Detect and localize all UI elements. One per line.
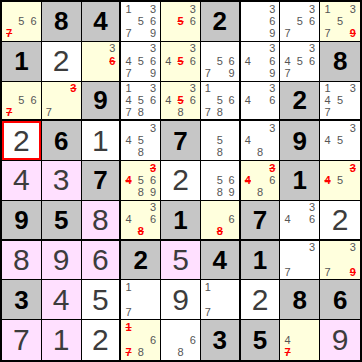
cell-r6c1[interactable]: 9 [2,201,42,241]
eliminated-candidate-5: 5 [174,15,186,27]
cell-r6c6[interactable]: 68 [201,201,241,241]
empty-candidate-slot [202,226,214,238]
cell-r8c4[interactable]: 17 [121,280,161,320]
cell-r8c9[interactable]: 6 [320,280,360,320]
empty-candidate-slot [147,135,159,147]
empty-candidate-slot [3,15,15,27]
empty-candidate-slot [226,226,238,238]
empty-candidate-slot [187,321,199,334]
empty-candidate-slot [346,15,359,27]
cell-r3c8[interactable]: 2 [280,82,320,122]
cell-r2c5[interactable]: 3456 [161,42,201,82]
cell-r7c8[interactable]: 37 [280,241,320,281]
candidate-7: 7 [43,106,55,118]
candidate-grid: 17 [202,281,238,318]
cell-r1c7[interactable]: 369 [241,2,281,42]
cell-r4c4[interactable]: 3458 [121,121,161,161]
cell-r9c9[interactable]: 9 [320,320,360,360]
eliminated-candidate-3: 3 [346,162,359,174]
solved-digit: 8 [13,245,30,275]
eliminated-candidate-3: 3 [67,83,79,95]
solved-digit: 2 [53,46,70,76]
empty-candidate-slot [174,67,186,79]
empty-candidate-slot [346,254,359,266]
empty-candidate-slot [242,187,254,199]
empty-candidate-slot [122,334,134,347]
candidate-3: 3 [266,122,278,134]
candidate-5: 5 [135,135,147,147]
empty-candidate-slot [83,55,95,67]
cell-r1c3[interactable]: 4 [82,2,122,42]
empty-candidate-slot [254,3,266,15]
eliminated-candidate-1: 1 [122,321,134,334]
cell-r1c4[interactable]: 135679 [121,2,161,42]
cell-r6c5[interactable]: 1 [161,201,201,241]
cell-r5c6[interactable]: 5689 [201,161,241,201]
empty-candidate-slot [266,135,278,147]
cell-r4c6[interactable]: 58 [201,121,241,161]
empty-candidate-slot [346,94,359,106]
cell-r2c1[interactable]: 1 [2,42,42,82]
cell-r2c8[interactable]: 34567 [280,42,320,82]
cell-r4c8[interactable]: 9 [280,121,320,161]
cell-r7c2[interactable]: 9 [42,241,82,281]
given-digit: 8 [293,287,307,313]
empty-candidate-slot [106,67,118,79]
eliminated-candidate-5: 5 [174,94,186,106]
cell-r9c3[interactable]: 2 [82,320,122,360]
cell-r3c3[interactable]: 9 [82,82,122,122]
empty-candidate-slot [334,122,347,134]
candidate-1: 1 [202,83,214,95]
candidate-8: 8 [135,147,147,159]
cell-r4c7[interactable]: 348 [241,121,281,161]
cell-r5c1[interactable]: 4 [2,161,42,201]
empty-candidate-slot [242,162,254,174]
candidate-1: 1 [122,3,134,15]
candidate-6: 6 [187,15,199,27]
empty-candidate-slot [226,135,238,147]
candidate-9: 9 [226,67,238,79]
cell-r6c8[interactable]: 346 [280,201,320,241]
candidate-6: 6 [226,55,238,67]
empty-candidate-slot [147,346,159,359]
empty-candidate-slot [15,28,27,40]
cell-r9c5[interactable]: 68 [161,320,201,360]
empty-candidate-slot [135,28,147,40]
candidate-7: 7 [321,28,334,40]
candidate-6: 6 [306,214,318,226]
cell-r9c6[interactable]: 3 [201,320,241,360]
empty-candidate-slot [254,106,266,118]
candidate-6: 6 [147,94,159,106]
empty-candidate-slot [162,321,174,334]
cell-r7c4[interactable]: 2 [121,241,161,281]
candidate-1: 1 [122,83,134,95]
cell-r9c4[interactable]: 1678 [121,320,161,360]
cell-r2c2[interactable]: 2 [42,42,82,82]
candidate-4: 4 [162,94,174,106]
empty-candidate-slot [266,187,278,199]
empty-candidate-slot [28,28,40,40]
given-digit: 4 [93,8,107,34]
empty-candidate-slot [334,83,347,95]
cell-r6c9[interactable]: 2 [320,201,360,241]
candidate-6: 6 [266,55,278,67]
candidate-3: 3 [346,242,359,254]
empty-candidate-slot [162,334,174,347]
empty-candidate-slot [83,43,95,55]
empty-candidate-slot [254,135,266,147]
candidate-grid: 379 [321,242,359,279]
cell-r7c3[interactable]: 6 [82,241,122,281]
candidate-grid: 68 [202,202,238,238]
candidate-1: 1 [202,281,214,293]
empty-candidate-slot [334,242,347,254]
empty-candidate-slot [94,55,106,67]
candidate-7: 7 [122,106,134,118]
cell-r3c5[interactable]: 34568 [161,82,201,122]
candidate-8: 8 [214,106,226,118]
empty-candidate-slot [334,147,347,159]
empty-candidate-slot [162,67,174,79]
candidate-7: 7 [122,28,134,40]
solved-digit: 2 [92,325,109,355]
empty-candidate-slot [122,122,134,134]
candidate-grid: 5679 [202,43,238,80]
solved-digit: 8 [92,205,109,235]
empty-candidate-slot [306,266,318,278]
empty-candidate-slot [281,202,293,214]
eliminated-candidate-7: 7 [3,106,15,118]
eliminated-candidate-4: 4 [122,174,134,186]
cell-r2c7[interactable]: 3469 [241,42,281,82]
empty-candidate-slot [321,15,334,27]
cell-r4c1[interactable]: 2 [2,121,42,161]
empty-candidate-slot [122,187,134,199]
empty-candidate-slot [55,94,67,106]
given-digit: 2 [133,247,147,273]
cell-r7c9[interactable]: 379 [320,241,360,281]
empty-candidate-slot [226,281,238,293]
solved-digit: 4 [13,165,30,195]
candidate-grid: 369 [242,3,279,40]
cell-r4c5[interactable]: 7 [161,121,201,161]
candidate-3: 3 [147,202,159,214]
cell-r7c5[interactable]: 5 [161,241,201,281]
cell-r3c6[interactable]: 15678 [201,82,241,122]
empty-candidate-slot [28,106,40,118]
cell-r8c7[interactable]: 2 [241,280,281,320]
candidate-8: 8 [214,187,226,199]
empty-candidate-slot [346,106,359,118]
candidate-3: 3 [106,43,118,55]
empty-candidate-slot [55,106,67,118]
candidate-4: 4 [162,55,174,67]
candidate-3: 3 [346,122,359,134]
candidate-1: 1 [321,3,334,15]
candidate-6: 6 [226,94,238,106]
empty-candidate-slot [55,83,67,95]
cell-r3c4[interactable]: 1345678 [121,82,161,122]
cell-r8c5[interactable]: 9 [161,280,201,320]
candidate-3: 3 [147,43,159,55]
cell-r2c9[interactable]: 8 [320,42,360,82]
eliminated-candidate-4: 4 [242,174,254,186]
candidate-grid: 345679 [122,43,159,80]
empty-candidate-slot [281,254,293,266]
solved-digit: 2 [13,126,30,156]
cell-r9c1[interactable]: 7 [2,320,42,360]
candidate-grid: 47 [281,321,318,359]
cell-r5c4[interactable]: 345689 [121,161,161,201]
candidate-6: 6 [28,94,40,106]
candidate-9: 9 [266,28,278,40]
empty-candidate-slot [242,15,254,27]
solved-digit: 7 [13,325,30,355]
candidate-6: 6 [306,55,318,67]
empty-candidate-slot [162,346,174,359]
cell-r5c7[interactable]: 3468 [241,161,281,201]
empty-candidate-slot [135,67,147,79]
cell-r1c5[interactable]: 356 [161,2,201,42]
eliminated-candidate-9: 9 [346,28,359,40]
candidate-3: 3 [346,3,359,15]
solved-digit: 2 [332,205,349,235]
empty-candidate-slot [147,306,159,318]
empty-candidate-slot [202,43,214,55]
empty-candidate-slot [174,83,186,95]
empty-candidate-slot [43,94,55,106]
eliminated-candidate-3: 3 [266,162,278,174]
candidate-grid: 34567 [281,43,318,80]
empty-candidate-slot [122,15,134,27]
candidate-6: 6 [147,15,159,27]
candidate-9: 9 [147,67,159,79]
cell-r4c3[interactable]: 1 [82,121,122,161]
cell-r1c6[interactable]: 2 [201,2,241,42]
empty-candidate-slot [254,43,266,55]
given-digit: 3 [14,287,28,313]
empty-candidate-slot [135,122,147,134]
empty-candidate-slot [334,162,347,174]
empty-candidate-slot [321,187,334,199]
given-digit: 1 [14,48,28,74]
empty-candidate-slot [226,294,238,306]
cell-r3c7[interactable]: 346 [241,82,281,122]
empty-candidate-slot [214,281,226,293]
cell-r7c7[interactable]: 1 [241,241,281,281]
cell-r7c1[interactable]: 8 [2,241,42,281]
empty-candidate-slot [122,162,134,174]
empty-candidate-slot [3,3,15,15]
empty-candidate-slot [214,294,226,306]
candidate-grid: 68 [162,321,199,359]
candidate-3: 3 [147,3,159,15]
cell-r2c4[interactable]: 345679 [121,42,161,82]
empty-candidate-slot [294,242,306,254]
empty-candidate-slot [321,122,334,134]
candidate-5: 5 [334,94,347,106]
candidate-6: 6 [266,174,278,186]
empty-candidate-slot [254,15,266,27]
empty-candidate-slot [306,226,318,238]
candidate-8: 8 [174,346,186,359]
candidate-9: 9 [147,187,159,199]
candidate-5: 5 [135,15,147,27]
cell-r8c2[interactable]: 4 [42,280,82,320]
empty-candidate-slot [147,226,159,238]
empty-candidate-slot [226,162,238,174]
cell-r2c3[interactable]: 36 [82,42,122,82]
cell-r6c2[interactable]: 5 [42,201,82,241]
solved-digit: 9 [172,285,189,315]
candidate-3: 3 [266,3,278,15]
cell-r2c6[interactable]: 5679 [201,42,241,82]
empty-candidate-slot [135,281,147,293]
empty-candidate-slot [294,334,306,347]
cell-r8c6[interactable]: 17 [201,280,241,320]
empty-candidate-slot [242,43,254,55]
candidate-4: 4 [281,214,293,226]
empty-candidate-slot [135,162,147,174]
cell-r1c1[interactable]: 567 [2,2,42,42]
candidate-8: 8 [174,106,186,118]
empty-candidate-slot [15,106,27,118]
eliminated-candidate-6: 6 [106,55,118,67]
empty-candidate-slot [3,83,15,95]
cell-r5c5[interactable]: 2 [161,161,201,201]
given-digit: 3 [213,327,227,353]
empty-candidate-slot [162,15,174,27]
empty-candidate-slot [135,43,147,55]
cell-r7c6[interactable]: 4 [201,241,241,281]
solved-digit: 2 [252,285,269,315]
eliminated-candidate-4: 4 [321,174,334,186]
empty-candidate-slot [135,3,147,15]
cell-r5c8[interactable]: 1 [280,161,320,201]
empty-candidate-slot [162,3,174,15]
cell-r6c3[interactable]: 8 [82,201,122,241]
empty-candidate-slot [135,83,147,95]
candidate-grid: 5689 [202,162,238,199]
candidate-6: 6 [306,15,318,27]
candidate-grid: 3567 [281,3,318,40]
cell-r8c1[interactable]: 3 [2,280,42,320]
empty-candidate-slot [147,321,159,334]
empty-candidate-slot [334,254,347,266]
candidate-grid: 1678 [122,321,159,359]
candidate-3: 3 [306,43,318,55]
candidate-6: 6 [226,174,238,186]
cell-r5c9[interactable]: 345 [320,161,360,201]
candidate-3: 3 [187,43,199,55]
empty-candidate-slot [306,346,318,359]
empty-candidate-slot [294,346,306,359]
cell-r8c3[interactable]: 5 [82,280,122,320]
cell-r9c7[interactable]: 5 [241,320,281,360]
empty-candidate-slot [334,3,347,15]
cell-r1c8[interactable]: 3567 [280,2,320,42]
candidate-5: 5 [334,135,347,147]
candidate-4: 4 [242,135,254,147]
empty-candidate-slot [67,94,79,106]
empty-candidate-slot [214,306,226,318]
cell-r8c8[interactable]: 8 [280,280,320,320]
eliminated-candidate-7: 7 [3,28,15,40]
candidate-7: 7 [321,106,334,118]
candidate-grid: 567 [3,3,40,40]
empty-candidate-slot [281,242,293,254]
empty-candidate-slot [162,28,174,40]
cell-r9c8[interactable]: 47 [280,320,320,360]
candidate-7: 7 [321,266,334,278]
empty-candidate-slot [122,147,134,159]
candidate-6: 6 [187,55,199,67]
cell-r5c3[interactable]: 7 [82,161,122,201]
empty-candidate-slot [306,28,318,40]
candidate-3: 3 [266,83,278,95]
solved-digit: 4 [53,285,70,315]
candidate-grid: 348 [242,122,279,159]
empty-candidate-slot [202,147,214,159]
empty-candidate-slot [281,3,293,15]
cell-r3c1[interactable]: 567 [2,82,42,122]
candidate-grid: 3458 [122,122,159,159]
candidate-4: 4 [122,214,134,226]
empty-candidate-slot [174,334,186,347]
empty-candidate-slot [3,94,15,106]
candidate-7: 7 [202,306,214,318]
given-digit: 8 [54,8,68,34]
cell-r9c2[interactable]: 1 [42,320,82,360]
cell-r3c9[interactable]: 13457 [320,82,360,122]
candidate-grid: 37 [281,242,318,279]
eliminated-candidate-3: 3 [147,162,159,174]
cell-r1c9[interactable]: 13579 [320,2,360,42]
candidate-5: 5 [294,55,306,67]
given-digit: 9 [14,207,28,233]
cell-r1c2[interactable]: 8 [42,2,82,42]
given-digit: 7 [173,128,187,154]
candidate-4: 4 [122,55,134,67]
cell-r4c2[interactable]: 6 [42,121,82,161]
given-digit: 1 [293,167,307,193]
candidate-8: 8 [135,346,147,359]
empty-candidate-slot [294,28,306,40]
cell-r6c7[interactable]: 7 [241,201,281,241]
empty-candidate-slot [135,306,147,318]
candidate-7: 7 [281,266,293,278]
empty-candidate-slot [321,254,334,266]
cell-r4c9[interactable]: 345 [320,121,360,161]
empty-candidate-slot [174,321,186,334]
empty-candidate-slot [122,202,134,214]
empty-candidate-slot [43,83,55,95]
empty-candidate-slot [135,321,147,334]
candidate-grid: 58 [202,122,238,159]
candidate-4: 4 [281,334,293,347]
cell-r6c4[interactable]: 3468 [121,201,161,241]
cell-r5c2[interactable]: 3 [42,161,82,201]
solved-digit: 9 [53,245,70,275]
cell-r3c2[interactable]: 37 [42,82,82,122]
candidate-8: 8 [254,147,266,159]
given-digit: 6 [54,128,68,154]
empty-candidate-slot [162,106,174,118]
empty-candidate-slot [226,306,238,318]
empty-candidate-slot [321,242,334,254]
